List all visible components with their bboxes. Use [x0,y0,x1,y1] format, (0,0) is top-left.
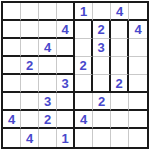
cell-r8c8[interactable] [129,129,147,147]
cell-r1c8[interactable] [129,3,147,21]
cell-r1c2[interactable] [21,3,39,21]
cell-r2c4: 4 [57,21,75,39]
cell-r8c2: 4 [21,129,39,147]
cell-r2c3[interactable] [39,21,57,39]
cell-r1c7: 4 [111,3,129,21]
given-digit: 2 [98,95,105,108]
cell-r3c7[interactable] [111,39,129,57]
cell-r6c4[interactable] [57,93,75,111]
cell-r5c7: 2 [111,75,129,93]
given-digit: 2 [26,59,33,72]
cell-r5c8[interactable] [129,75,147,93]
given-digit: 2 [115,77,122,90]
cell-r6c5[interactable] [75,93,93,111]
given-digit: 1 [80,5,87,18]
cell-r1c6[interactable] [93,3,111,21]
cell-r8c4: 1 [57,129,75,147]
given-digit: 2 [44,113,51,126]
cell-r7c6[interactable] [93,111,111,129]
cell-r4c8[interactable] [129,57,147,75]
cell-r4c3[interactable] [39,57,57,75]
cell-r3c8[interactable] [129,39,147,57]
given-digit: 3 [44,95,51,108]
cell-r3c4[interactable] [57,39,75,57]
cell-r3c6: 3 [93,39,111,57]
cell-r4c2: 2 [21,57,39,75]
cell-r4c5: 2 [75,57,93,75]
cell-r7c2[interactable] [21,111,39,129]
cell-r3c1[interactable] [3,39,21,57]
cell-r6c7[interactable] [111,93,129,111]
given-digit: 3 [97,41,104,54]
cell-r2c7[interactable] [111,21,129,39]
cell-r6c6: 2 [93,93,111,111]
cell-r5c1[interactable] [3,75,21,93]
cell-r7c8[interactable] [129,111,147,129]
cell-r8c7[interactable] [111,129,129,147]
cell-r5c4: 3 [57,75,75,93]
cell-r6c8[interactable] [129,93,147,111]
cell-r7c5: 4 [75,111,93,129]
cell-r1c3[interactable] [39,3,57,21]
cell-r4c6[interactable] [93,57,111,75]
cell-r2c2[interactable] [21,21,39,39]
given-digit: 4 [116,5,123,18]
cell-r2c6: 2 [93,21,111,39]
cell-r7c7[interactable] [111,111,129,129]
given-digit: 4 [61,23,68,36]
cell-r7c1: 4 [3,111,21,129]
cell-r8c3[interactable] [39,129,57,147]
cell-r6c2[interactable] [21,93,39,111]
given-digit: 1 [61,132,68,145]
cell-r3c5[interactable] [75,39,93,57]
cell-r6c3: 3 [39,93,57,111]
cell-r2c1[interactable] [3,21,21,39]
given-digit: 4 [44,41,51,54]
cell-r5c2[interactable] [21,75,39,93]
puzzle-board: 144244322323242441 [1,1,149,149]
cell-r5c5[interactable] [75,75,93,93]
cell-r3c3: 4 [39,39,57,57]
cell-r1c5: 1 [75,3,93,21]
given-digit: 4 [26,132,33,145]
given-digit: 3 [61,77,68,90]
cell-r2c8: 4 [129,21,147,39]
cell-r4c4[interactable] [57,57,75,75]
cell-r8c6[interactable] [93,129,111,147]
given-digit: 4 [80,113,87,126]
cell-r2c5[interactable] [75,21,93,39]
cell-r5c3[interactable] [39,75,57,93]
given-digit: 2 [79,59,86,72]
cell-r7c4[interactable] [57,111,75,129]
cell-r8c1[interactable] [3,129,21,147]
cell-r4c7[interactable] [111,57,129,75]
cell-r4c1[interactable] [3,57,21,75]
cell-r3c2[interactable] [21,39,39,57]
cell-r6c1[interactable] [3,93,21,111]
cell-r7c3: 2 [39,111,57,129]
cell-r1c4[interactable] [57,3,75,21]
given-digit: 4 [8,113,15,126]
cell-r8c5[interactable] [75,129,93,147]
given-digit: 4 [134,23,141,36]
given-digit: 2 [97,23,104,36]
cell-r1c1[interactable] [3,3,21,21]
cell-r5c6[interactable] [93,75,111,93]
